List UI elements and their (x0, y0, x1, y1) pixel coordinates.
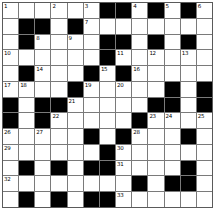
black-cell-r5c10 (165, 82, 180, 97)
cell-r7c1[interactable] (19, 113, 34, 128)
cell-r11c3[interactable] (51, 176, 66, 191)
cell-r12c11[interactable] (181, 192, 196, 207)
cell-r5c3[interactable] (51, 82, 66, 97)
cell-r4c4[interactable] (68, 66, 83, 81)
clue-number-22: 22 (52, 113, 58, 119)
clue-number-16: 16 (133, 66, 139, 72)
clue-number-27: 27 (36, 129, 42, 135)
cell-r11c12[interactable] (197, 176, 212, 191)
cell-r4c6[interactable]: 15 (100, 66, 115, 81)
black-cell-r11c10 (165, 176, 180, 191)
black-cell-r6c10 (165, 98, 180, 113)
cell-r6c1[interactable] (19, 98, 34, 113)
cell-r9c8[interactable] (132, 145, 147, 160)
cell-r8c8[interactable]: 28 (132, 129, 147, 144)
cell-r1c5[interactable]: 7 (84, 19, 99, 34)
clue-number-28: 28 (133, 129, 139, 135)
cell-r5c9[interactable] (148, 82, 163, 97)
clue-number-13: 13 (182, 50, 188, 56)
black-cell-r12c5 (84, 192, 99, 207)
cell-r3c8[interactable] (132, 50, 147, 65)
cell-r12c8[interactable] (132, 192, 147, 207)
cell-r11c6[interactable] (100, 176, 115, 191)
cell-r7c9[interactable]: 23 (148, 113, 163, 128)
black-cell-r8c5 (84, 129, 99, 144)
cell-r3c9[interactable]: 12 (148, 50, 163, 65)
cell-r0c10[interactable]: 5 (165, 3, 180, 18)
clue-number-1: 1 (4, 3, 7, 9)
cell-r1c11[interactable] (181, 19, 196, 34)
black-cell-r4c5 (84, 66, 99, 81)
cell-r1c7[interactable] (116, 19, 131, 34)
cell-r1c3[interactable] (51, 19, 66, 34)
black-cell-r2c1 (19, 35, 34, 50)
cell-r10c4[interactable] (68, 161, 83, 176)
cell-r5c5[interactable]: 19 (84, 82, 99, 97)
black-cell-r2c6 (100, 35, 115, 50)
clue-number-29: 29 (4, 145, 10, 151)
black-cell-r5c12 (197, 82, 212, 97)
cell-r8c1[interactable] (19, 129, 34, 144)
black-cell-r9c6 (100, 145, 115, 160)
cell-r6c7[interactable] (116, 98, 131, 113)
cell-r7c10[interactable]: 24 (165, 113, 180, 128)
cell-r11c0[interactable]: 32 (3, 176, 18, 191)
crossword-grid: 1234567891011121314151617181920212223242… (2, 2, 213, 208)
clue-number-18: 18 (20, 82, 26, 88)
black-cell-r12c1 (19, 192, 34, 207)
black-cell-r6c2 (35, 98, 50, 113)
clue-number-12: 12 (149, 50, 155, 56)
black-cell-r8c11 (181, 129, 196, 144)
black-cell-r3c6 (100, 50, 115, 65)
clue-number-10: 10 (4, 50, 10, 56)
cell-r8c0[interactable]: 26 (3, 129, 18, 144)
clue-number-19: 19 (85, 82, 91, 88)
cell-r12c7[interactable]: 33 (116, 192, 131, 207)
black-cell-r10c5 (84, 161, 99, 176)
cell-r5c1[interactable]: 18 (19, 82, 34, 97)
cell-r10c12[interactable] (197, 161, 212, 176)
clue-number-26: 26 (4, 129, 10, 135)
cell-r3c10[interactable] (165, 50, 180, 65)
clue-number-5: 5 (166, 3, 169, 9)
black-cell-r11c8 (132, 176, 147, 191)
cell-r3c4[interactable] (68, 50, 83, 65)
cell-r0c3[interactable]: 2 (51, 3, 66, 18)
clue-number-23: 23 (149, 113, 155, 119)
cell-r1c12[interactable] (197, 19, 212, 34)
cell-r1c6[interactable] (100, 19, 115, 34)
cell-r8c6[interactable] (100, 129, 115, 144)
cell-r4c12[interactable] (197, 66, 212, 81)
cell-r1c9[interactable] (148, 19, 163, 34)
clue-number-30: 30 (117, 145, 123, 151)
cell-r4c9[interactable] (148, 66, 163, 81)
cell-r4c11[interactable] (181, 66, 196, 81)
black-cell-r12c3 (51, 192, 66, 207)
black-cell-r0c7 (116, 3, 131, 18)
cell-r9c9[interactable] (148, 145, 163, 160)
clue-number-20: 20 (117, 82, 123, 88)
cell-r4c2[interactable]: 14 (35, 66, 50, 81)
black-cell-r0c9 (148, 3, 163, 18)
black-cell-r6c0 (3, 98, 18, 113)
black-cell-r6c9 (148, 98, 163, 113)
black-cell-r2c11 (181, 35, 196, 50)
black-cell-r12c6 (100, 192, 115, 207)
cell-r3c11[interactable]: 13 (181, 50, 196, 65)
cell-r10c0[interactable] (3, 161, 18, 176)
cell-r0c0[interactable]: 1 (3, 3, 18, 18)
clue-number-21: 21 (69, 98, 75, 104)
cell-r12c0[interactable] (3, 192, 18, 207)
cell-r2c8[interactable] (132, 35, 147, 50)
black-cell-r2c9 (148, 35, 163, 50)
black-cell-r1c2 (35, 19, 50, 34)
cell-r9c10[interactable] (165, 145, 180, 160)
cell-r7c11[interactable] (181, 113, 196, 128)
cell-r7c6[interactable] (100, 113, 115, 128)
clue-number-11: 11 (117, 50, 123, 56)
cell-r10c8[interactable] (132, 161, 147, 176)
cell-r0c4[interactable] (68, 3, 83, 18)
cell-r2c2[interactable]: 8 (35, 35, 50, 50)
cell-r10c10[interactable] (165, 161, 180, 176)
cell-r7c5[interactable] (84, 113, 99, 128)
cell-r4c0[interactable] (3, 66, 18, 81)
black-cell-r4c1 (19, 66, 34, 81)
cell-r10c7[interactable]: 31 (116, 161, 131, 176)
black-cell-r7c2 (35, 113, 50, 128)
cell-r10c2[interactable] (35, 161, 50, 176)
cell-r4c10[interactable] (165, 66, 180, 81)
cell-r12c4[interactable] (68, 192, 83, 207)
clue-number-2: 2 (52, 3, 55, 9)
cell-r5c2[interactable] (35, 82, 50, 97)
cell-r6c5[interactable] (84, 98, 99, 113)
cell-r3c7[interactable]: 11 (116, 50, 131, 65)
cell-r2c3[interactable] (51, 35, 66, 50)
black-cell-r10c11 (181, 161, 196, 176)
cell-r1c0[interactable] (3, 19, 18, 34)
black-cell-r8c7 (116, 129, 131, 144)
cell-r7c12[interactable]: 25 (197, 113, 212, 128)
cell-r6c6[interactable] (100, 98, 115, 113)
clue-number-25: 25 (198, 113, 204, 119)
cell-r3c0[interactable]: 10 (3, 50, 18, 65)
clue-number-33: 33 (117, 192, 123, 198)
cell-r9c2[interactable] (35, 145, 50, 160)
cell-r3c5[interactable] (84, 50, 99, 65)
black-cell-r1c1 (19, 19, 34, 34)
cell-r7c4[interactable] (68, 113, 83, 128)
cell-r11c9[interactable] (148, 176, 163, 191)
cell-r0c12[interactable]: 6 (197, 3, 212, 18)
cell-r11c7[interactable] (116, 176, 131, 191)
cell-r2c5[interactable] (84, 35, 99, 50)
cell-r4c3[interactable] (51, 66, 66, 81)
cell-r9c5[interactable] (84, 145, 99, 160)
clue-number-7: 7 (85, 19, 88, 25)
cell-r2c12[interactable] (197, 35, 212, 50)
black-cell-r4c7 (116, 66, 131, 81)
cell-r5c11[interactable] (181, 82, 196, 97)
black-cell-r2c7 (116, 35, 131, 50)
cell-r9c3[interactable] (51, 145, 66, 160)
cell-r9c7[interactable]: 30 (116, 145, 131, 160)
cell-r0c8[interactable]: 4 (132, 3, 147, 18)
clue-number-9: 9 (69, 35, 72, 41)
clue-number-32: 32 (4, 176, 10, 182)
cell-r8c3[interactable] (51, 129, 66, 144)
black-cell-r0c11 (181, 3, 196, 18)
cell-r3c1[interactable] (19, 50, 34, 65)
cell-r1c10[interactable] (165, 19, 180, 34)
cell-r9c12[interactable] (197, 145, 212, 160)
clue-number-14: 14 (36, 66, 42, 72)
cell-r5c8[interactable] (132, 82, 147, 97)
cell-r8c4[interactable] (68, 129, 83, 144)
clue-number-3: 3 (85, 3, 88, 9)
cell-r5c7[interactable]: 20 (116, 82, 131, 97)
black-cell-r5c4 (68, 82, 83, 97)
cell-r9c11[interactable] (181, 145, 196, 160)
cell-r1c8[interactable] (132, 19, 147, 34)
black-cell-r10c3 (51, 161, 66, 176)
cell-r12c9[interactable] (148, 192, 163, 207)
cell-r3c3[interactable] (51, 50, 66, 65)
black-cell-r10c6 (100, 161, 115, 176)
cell-r11c4[interactable] (68, 176, 83, 191)
cell-r8c10[interactable] (165, 129, 180, 144)
cell-r11c1[interactable] (19, 176, 34, 191)
cell-r12c12[interactable] (197, 192, 212, 207)
clue-number-4: 4 (133, 3, 136, 9)
cell-r12c10[interactable] (165, 192, 180, 207)
cell-r10c9[interactable] (148, 161, 163, 176)
clue-number-6: 6 (198, 3, 201, 9)
black-cell-r7c0 (3, 113, 18, 128)
black-cell-r10c1 (19, 161, 34, 176)
cell-r0c2[interactable] (35, 3, 50, 18)
black-cell-r6c12 (197, 98, 212, 113)
cell-r4c8[interactable]: 16 (132, 66, 147, 81)
cell-r8c12[interactable] (197, 129, 212, 144)
cell-r6c8[interactable] (132, 98, 147, 113)
cell-r9c0[interactable]: 29 (3, 145, 18, 160)
crossword-page: 1234567891011121314151617181920212223242… (0, 0, 215, 209)
cell-r3c12[interactable] (197, 50, 212, 65)
cell-r12c2[interactable] (35, 192, 50, 207)
cell-r9c4[interactable] (68, 145, 83, 160)
cell-r6c11[interactable] (181, 98, 196, 113)
cell-r7c7[interactable] (116, 113, 131, 128)
cell-r11c2[interactable] (35, 176, 50, 191)
cell-r3c2[interactable] (35, 50, 50, 65)
clue-number-15: 15 (101, 66, 107, 72)
black-cell-r11c11 (181, 176, 196, 191)
cell-r11c5[interactable] (84, 176, 99, 191)
cell-r2c0[interactable] (3, 35, 18, 50)
black-cell-r6c3 (51, 98, 66, 113)
cell-r5c0[interactable]: 17 (3, 82, 18, 97)
cell-r8c9[interactable] (148, 129, 163, 144)
cell-r2c4[interactable]: 9 (68, 35, 83, 50)
cell-r6c4[interactable]: 21 (68, 98, 83, 113)
cell-r7c3[interactable]: 22 (51, 113, 66, 128)
cell-r0c1[interactable] (19, 3, 34, 18)
black-cell-r1c4 (68, 19, 83, 34)
clue-number-17: 17 (4, 82, 10, 88)
clue-number-24: 24 (166, 113, 172, 119)
clue-number-31: 31 (117, 161, 123, 167)
cell-r8c2[interactable]: 27 (35, 129, 50, 144)
clue-number-8: 8 (36, 35, 39, 41)
cell-r2c10[interactable] (165, 35, 180, 50)
cell-r9c1[interactable] (19, 145, 34, 160)
black-cell-r0c6 (100, 3, 115, 18)
cell-r0c5[interactable]: 3 (84, 3, 99, 18)
cell-r5c6[interactable] (100, 82, 115, 97)
black-cell-r7c8 (132, 113, 147, 128)
